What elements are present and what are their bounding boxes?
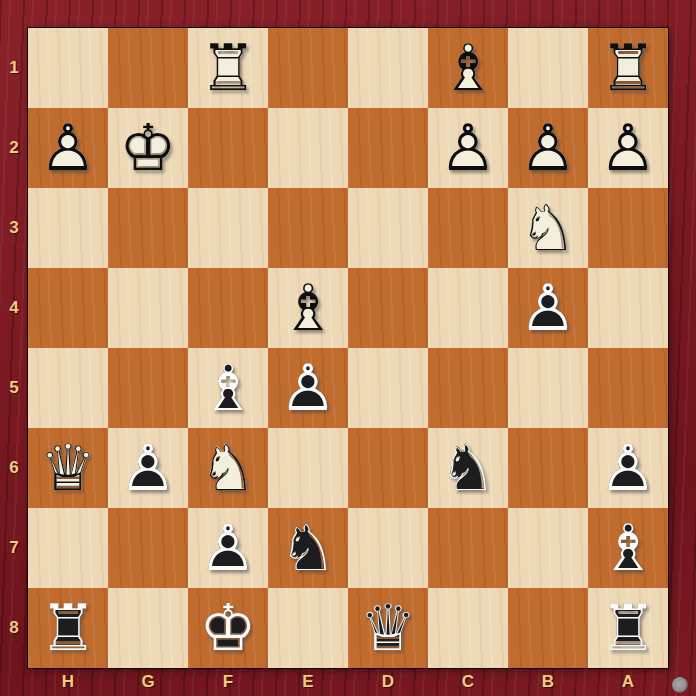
square-d2[interactable] bbox=[348, 108, 428, 188]
square-e4[interactable]: ♝♗ bbox=[268, 268, 348, 348]
square-d6[interactable] bbox=[348, 428, 428, 508]
piece-outline: ♙ bbox=[588, 108, 668, 188]
piece-outline: ♖ bbox=[588, 588, 668, 668]
square-a7[interactable]: ♝♗ bbox=[588, 508, 668, 588]
piece-outline: ♔ bbox=[108, 108, 188, 188]
square-c6[interactable]: ♞♘ bbox=[428, 428, 508, 508]
square-d1[interactable] bbox=[348, 28, 428, 108]
square-d4[interactable] bbox=[348, 268, 428, 348]
piece-outline: ♕ bbox=[348, 588, 428, 668]
piece-outline: ♘ bbox=[268, 508, 348, 588]
square-c4[interactable] bbox=[428, 268, 508, 348]
piece-outline: ♕ bbox=[28, 428, 108, 508]
rank-label-3: 3 bbox=[0, 188, 28, 268]
rank-label-8: 8 bbox=[0, 588, 28, 668]
piece-outline: ♙ bbox=[28, 108, 108, 188]
black-knight[interactable]: ♞♘ bbox=[268, 508, 348, 588]
white-bishop[interactable]: ♝♗ bbox=[428, 28, 508, 108]
square-g3[interactable] bbox=[108, 188, 188, 268]
file-label-d: D bbox=[348, 668, 428, 696]
file-label-a: A bbox=[588, 668, 668, 696]
piece-outline: ♙ bbox=[508, 108, 588, 188]
file-label-g: G bbox=[108, 668, 188, 696]
black-knight[interactable]: ♞♘ bbox=[428, 428, 508, 508]
square-a4[interactable] bbox=[588, 268, 668, 348]
square-h8[interactable]: ♜♖ bbox=[28, 588, 108, 668]
square-c2[interactable]: ♟♙ bbox=[428, 108, 508, 188]
square-f3[interactable] bbox=[188, 188, 268, 268]
rank-label-7: 7 bbox=[0, 508, 28, 588]
black-pawn[interactable]: ♟♙ bbox=[508, 268, 588, 348]
white-knight[interactable]: ♞♘ bbox=[508, 188, 588, 268]
black-bishop[interactable]: ♝♗ bbox=[188, 348, 268, 428]
square-h6[interactable]: ♛♕ bbox=[28, 428, 108, 508]
piece-outline: ♔ bbox=[188, 588, 268, 668]
black-rook[interactable]: ♜♖ bbox=[28, 588, 108, 668]
square-c3[interactable] bbox=[428, 188, 508, 268]
square-f7[interactable]: ♟♙ bbox=[188, 508, 268, 588]
square-e6[interactable] bbox=[268, 428, 348, 508]
white-queen[interactable]: ♛♕ bbox=[28, 428, 108, 508]
square-a2[interactable]: ♟♙ bbox=[588, 108, 668, 188]
rank-label-2: 2 bbox=[0, 108, 28, 188]
white-pawn[interactable]: ♟♙ bbox=[428, 108, 508, 188]
square-h7[interactable] bbox=[28, 508, 108, 588]
square-e7[interactable]: ♞♘ bbox=[268, 508, 348, 588]
piece-outline: ♗ bbox=[268, 268, 348, 348]
piece-outline: ♗ bbox=[188, 348, 268, 428]
square-g1[interactable] bbox=[108, 28, 188, 108]
piece-outline: ♘ bbox=[188, 428, 268, 508]
square-b2[interactable]: ♟♙ bbox=[508, 108, 588, 188]
square-e8[interactable] bbox=[268, 588, 348, 668]
file-label-h: H bbox=[28, 668, 108, 696]
black-pawn[interactable]: ♟♙ bbox=[108, 428, 188, 508]
square-c1[interactable]: ♝♗ bbox=[428, 28, 508, 108]
square-h3[interactable] bbox=[28, 188, 108, 268]
square-a3[interactable] bbox=[588, 188, 668, 268]
square-f2[interactable] bbox=[188, 108, 268, 188]
piece-outline: ♘ bbox=[428, 428, 508, 508]
white-pawn[interactable]: ♟♙ bbox=[28, 108, 108, 188]
square-e5[interactable]: ♟♙ bbox=[268, 348, 348, 428]
square-c5[interactable] bbox=[428, 348, 508, 428]
square-a6[interactable]: ♟♙ bbox=[588, 428, 668, 508]
square-b4[interactable]: ♟♙ bbox=[508, 268, 588, 348]
piece-outline: ♙ bbox=[428, 108, 508, 188]
square-f1[interactable]: ♜♖ bbox=[188, 28, 268, 108]
rank-labels: 12345678 bbox=[0, 28, 28, 668]
square-d3[interactable] bbox=[348, 188, 428, 268]
gray-dot bbox=[672, 677, 688, 693]
black-king[interactable]: ♚♔ bbox=[188, 588, 268, 668]
square-h5[interactable] bbox=[28, 348, 108, 428]
black-pawn[interactable]: ♟♙ bbox=[268, 348, 348, 428]
white-king[interactable]: ♚♔ bbox=[108, 108, 188, 188]
square-g7[interactable] bbox=[108, 508, 188, 588]
square-g5[interactable] bbox=[108, 348, 188, 428]
square-e3[interactable] bbox=[268, 188, 348, 268]
square-c7[interactable] bbox=[428, 508, 508, 588]
chess-diagram-frame: 12345678 ♜♖♝♗♜♖♟♙♚♔♟♙♟♙♟♙♞♘♝♗♟♙♝♗♟♙♛♕♟♙♞… bbox=[0, 0, 696, 696]
white-rook[interactable]: ♜♖ bbox=[188, 28, 268, 108]
square-b8[interactable] bbox=[508, 588, 588, 668]
square-c8[interactable] bbox=[428, 588, 508, 668]
file-label-f: F bbox=[188, 668, 268, 696]
square-h4[interactable] bbox=[28, 268, 108, 348]
square-f5[interactable]: ♝♗ bbox=[188, 348, 268, 428]
square-b6[interactable] bbox=[508, 428, 588, 508]
file-label-b: B bbox=[508, 668, 588, 696]
square-g6[interactable]: ♟♙ bbox=[108, 428, 188, 508]
black-rook[interactable]: ♜♖ bbox=[588, 588, 668, 668]
piece-outline: ♙ bbox=[508, 268, 588, 348]
white-knight[interactable]: ♞♘ bbox=[188, 428, 268, 508]
square-f6[interactable]: ♞♘ bbox=[188, 428, 268, 508]
piece-outline: ♖ bbox=[188, 28, 268, 108]
piece-outline: ♖ bbox=[28, 588, 108, 668]
square-d7[interactable] bbox=[348, 508, 428, 588]
rank-label-6: 6 bbox=[0, 428, 28, 508]
square-a5[interactable] bbox=[588, 348, 668, 428]
square-f8[interactable]: ♚♔ bbox=[188, 588, 268, 668]
square-a8[interactable]: ♜♖ bbox=[588, 588, 668, 668]
white-pawn[interactable]: ♟♙ bbox=[508, 108, 588, 188]
piece-outline: ♙ bbox=[268, 348, 348, 428]
square-b3[interactable]: ♞♘ bbox=[508, 188, 588, 268]
piece-outline: ♙ bbox=[588, 428, 668, 508]
piece-outline: ♙ bbox=[188, 508, 268, 588]
square-b7[interactable] bbox=[508, 508, 588, 588]
square-e1[interactable] bbox=[268, 28, 348, 108]
rank-label-5: 5 bbox=[0, 348, 28, 428]
square-g2[interactable]: ♚♔ bbox=[108, 108, 188, 188]
black-queen[interactable]: ♛♕ bbox=[348, 588, 428, 668]
piece-outline: ♙ bbox=[108, 428, 188, 508]
square-b5[interactable] bbox=[508, 348, 588, 428]
square-h1[interactable] bbox=[28, 28, 108, 108]
piece-outline: ♘ bbox=[508, 188, 588, 268]
square-d5[interactable] bbox=[348, 348, 428, 428]
rank-label-4: 4 bbox=[0, 268, 28, 348]
chess-board[interactable]: ♜♖♝♗♜♖♟♙♚♔♟♙♟♙♟♙♞♘♝♗♟♙♝♗♟♙♛♕♟♙♞♘♞♘♟♙♟♙♞♘… bbox=[28, 28, 668, 668]
white-bishop[interactable]: ♝♗ bbox=[268, 268, 348, 348]
file-labels: HGFEDCBA bbox=[28, 668, 668, 696]
file-label-c: C bbox=[428, 668, 508, 696]
black-pawn[interactable]: ♟♙ bbox=[188, 508, 268, 588]
black-bishop[interactable]: ♝♗ bbox=[588, 508, 668, 588]
square-g8[interactable] bbox=[108, 588, 188, 668]
piece-outline: ♗ bbox=[588, 508, 668, 588]
square-e2[interactable] bbox=[268, 108, 348, 188]
black-pawn[interactable]: ♟♙ bbox=[588, 428, 668, 508]
file-label-e: E bbox=[268, 668, 348, 696]
square-h2[interactable]: ♟♙ bbox=[28, 108, 108, 188]
piece-outline: ♖ bbox=[588, 28, 668, 108]
square-a1[interactable]: ♜♖ bbox=[588, 28, 668, 108]
square-d8[interactable]: ♛♕ bbox=[348, 588, 428, 668]
square-f4[interactable] bbox=[188, 268, 268, 348]
piece-outline: ♗ bbox=[428, 28, 508, 108]
square-b1[interactable] bbox=[508, 28, 588, 108]
white-pawn[interactable]: ♟♙ bbox=[588, 108, 668, 188]
rank-label-1: 1 bbox=[0, 28, 28, 108]
square-g4[interactable] bbox=[108, 268, 188, 348]
white-rook[interactable]: ♜♖ bbox=[588, 28, 668, 108]
